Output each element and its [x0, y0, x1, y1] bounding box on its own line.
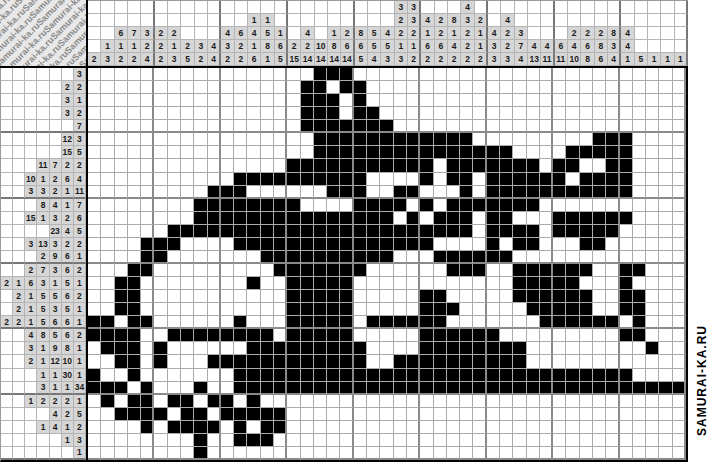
filled-cell[interactable] [115, 408, 128, 421]
empty-cell[interactable] [434, 395, 447, 408]
empty-cell[interactable] [340, 107, 353, 120]
filled-cell[interactable] [593, 369, 606, 382]
empty-cell[interactable] [593, 251, 606, 264]
empty-cell[interactable] [115, 395, 128, 408]
filled-cell[interactable] [473, 355, 486, 368]
filled-cell[interactable] [340, 212, 353, 225]
empty-cell[interactable] [221, 316, 234, 329]
filled-cell[interactable] [168, 395, 181, 408]
empty-cell[interactable] [593, 94, 606, 107]
empty-cell[interactable] [88, 355, 101, 368]
filled-cell[interactable] [194, 329, 207, 342]
empty-cell[interactable] [553, 421, 566, 434]
empty-cell[interactable] [261, 303, 274, 316]
filled-cell[interactable] [301, 173, 314, 186]
filled-cell[interactable] [354, 264, 367, 277]
empty-cell[interactable] [659, 186, 672, 199]
filled-cell[interactable] [540, 369, 553, 382]
empty-cell[interactable] [540, 434, 553, 447]
empty-cell[interactable] [580, 342, 593, 355]
filled-cell[interactable] [606, 186, 619, 199]
filled-cell[interactable] [88, 316, 101, 329]
empty-cell[interactable] [194, 316, 207, 329]
filled-cell[interactable] [154, 238, 167, 251]
empty-cell[interactable] [274, 329, 287, 342]
empty-cell[interactable] [659, 146, 672, 159]
filled-cell[interactable] [354, 107, 367, 120]
empty-cell[interactable] [141, 225, 154, 238]
empty-cell[interactable] [473, 303, 486, 316]
filled-cell[interactable] [566, 277, 579, 290]
empty-cell[interactable] [487, 94, 500, 107]
filled-cell[interactable] [553, 316, 566, 329]
empty-cell[interactable] [420, 434, 433, 447]
empty-cell[interactable] [447, 81, 460, 94]
empty-cell[interactable] [314, 186, 327, 199]
empty-cell[interactable] [208, 133, 221, 146]
empty-cell[interactable] [659, 329, 672, 342]
empty-cell[interactable] [327, 421, 340, 434]
empty-cell[interactable] [115, 159, 128, 172]
filled-cell[interactable] [487, 225, 500, 238]
empty-cell[interactable] [659, 447, 672, 460]
empty-cell[interactable] [540, 355, 553, 368]
empty-cell[interactable] [354, 421, 367, 434]
empty-cell[interactable] [673, 355, 686, 368]
filled-cell[interactable] [513, 173, 526, 186]
empty-cell[interactable] [673, 447, 686, 460]
empty-cell[interactable] [154, 107, 167, 120]
empty-cell[interactable] [168, 107, 181, 120]
empty-cell[interactable] [168, 199, 181, 212]
empty-cell[interactable] [394, 81, 407, 94]
empty-cell[interactable] [646, 159, 659, 172]
empty-cell[interactable] [208, 94, 221, 107]
filled-cell[interactable] [620, 369, 633, 382]
empty-cell[interactable] [194, 355, 207, 368]
empty-cell[interactable] [234, 264, 247, 277]
empty-cell[interactable] [673, 68, 686, 81]
filled-cell[interactable] [221, 199, 234, 212]
empty-cell[interactable] [380, 277, 393, 290]
filled-cell[interactable] [261, 421, 274, 434]
empty-cell[interactable] [208, 251, 221, 264]
empty-cell[interactable] [234, 94, 247, 107]
empty-cell[interactable] [101, 120, 114, 133]
empty-cell[interactable] [527, 120, 540, 133]
empty-cell[interactable] [141, 303, 154, 316]
empty-cell[interactable] [673, 277, 686, 290]
filled-cell[interactable] [194, 421, 207, 434]
filled-cell[interactable] [566, 159, 579, 172]
empty-cell[interactable] [447, 434, 460, 447]
empty-cell[interactable] [194, 290, 207, 303]
empty-cell[interactable] [593, 408, 606, 421]
empty-cell[interactable] [407, 434, 420, 447]
empty-cell[interactable] [101, 68, 114, 81]
filled-cell[interactable] [407, 212, 420, 225]
filled-cell[interactable] [234, 173, 247, 186]
filled-cell[interactable] [460, 173, 473, 186]
empty-cell[interactable] [633, 251, 646, 264]
empty-cell[interactable] [434, 199, 447, 212]
empty-cell[interactable] [194, 342, 207, 355]
filled-cell[interactable] [354, 251, 367, 264]
empty-cell[interactable] [566, 173, 579, 186]
empty-cell[interactable] [261, 186, 274, 199]
empty-cell[interactable] [566, 238, 579, 251]
filled-cell[interactable] [633, 382, 646, 395]
empty-cell[interactable] [553, 251, 566, 264]
empty-cell[interactable] [659, 408, 672, 421]
filled-cell[interactable] [340, 120, 353, 133]
empty-cell[interactable] [287, 408, 300, 421]
empty-cell[interactable] [314, 408, 327, 421]
empty-cell[interactable] [208, 290, 221, 303]
filled-cell[interactable] [340, 369, 353, 382]
filled-cell[interactable] [380, 238, 393, 251]
empty-cell[interactable] [606, 342, 619, 355]
empty-cell[interactable] [101, 264, 114, 277]
empty-cell[interactable] [673, 133, 686, 146]
empty-cell[interactable] [274, 434, 287, 447]
filled-cell[interactable] [221, 212, 234, 225]
empty-cell[interactable] [580, 251, 593, 264]
empty-cell[interactable] [473, 94, 486, 107]
empty-cell[interactable] [407, 395, 420, 408]
empty-cell[interactable] [141, 186, 154, 199]
empty-cell[interactable] [181, 159, 194, 172]
filled-cell[interactable] [633, 329, 646, 342]
empty-cell[interactable] [540, 212, 553, 225]
empty-cell[interactable] [221, 68, 234, 81]
empty-cell[interactable] [527, 434, 540, 447]
empty-cell[interactable] [234, 107, 247, 120]
filled-cell[interactable] [394, 382, 407, 395]
empty-cell[interactable] [500, 395, 513, 408]
empty-cell[interactable] [367, 355, 380, 368]
empty-cell[interactable] [580, 355, 593, 368]
filled-cell[interactable] [287, 251, 300, 264]
empty-cell[interactable] [513, 120, 526, 133]
empty-cell[interactable] [500, 107, 513, 120]
filled-cell[interactable] [340, 251, 353, 264]
empty-cell[interactable] [354, 408, 367, 421]
empty-cell[interactable] [141, 199, 154, 212]
empty-cell[interactable] [513, 251, 526, 264]
empty-cell[interactable] [646, 81, 659, 94]
empty-cell[interactable] [673, 408, 686, 421]
empty-cell[interactable] [593, 120, 606, 133]
empty-cell[interactable] [606, 408, 619, 421]
empty-cell[interactable] [380, 107, 393, 120]
filled-cell[interactable] [513, 342, 526, 355]
empty-cell[interactable] [447, 277, 460, 290]
filled-cell[interactable] [367, 369, 380, 382]
empty-cell[interactable] [633, 146, 646, 159]
empty-cell[interactable] [154, 173, 167, 186]
filled-cell[interactable] [194, 382, 207, 395]
filled-cell[interactable] [487, 173, 500, 186]
filled-cell[interactable] [154, 251, 167, 264]
empty-cell[interactable] [487, 81, 500, 94]
empty-cell[interactable] [181, 94, 194, 107]
filled-cell[interactable] [447, 329, 460, 342]
empty-cell[interactable] [274, 146, 287, 159]
filled-cell[interactable] [487, 382, 500, 395]
filled-cell[interactable] [221, 355, 234, 368]
filled-cell[interactable] [314, 68, 327, 81]
filled-cell[interactable] [566, 369, 579, 382]
empty-cell[interactable] [447, 186, 460, 199]
empty-cell[interactable] [181, 277, 194, 290]
empty-cell[interactable] [194, 251, 207, 264]
empty-cell[interactable] [646, 120, 659, 133]
empty-cell[interactable] [221, 81, 234, 94]
empty-cell[interactable] [487, 68, 500, 81]
empty-cell[interactable] [221, 107, 234, 120]
filled-cell[interactable] [301, 81, 314, 94]
filled-cell[interactable] [473, 329, 486, 342]
empty-cell[interactable] [394, 120, 407, 133]
filled-cell[interactable] [234, 225, 247, 238]
empty-cell[interactable] [154, 277, 167, 290]
empty-cell[interactable] [540, 146, 553, 159]
empty-cell[interactable] [168, 68, 181, 81]
filled-cell[interactable] [487, 146, 500, 159]
empty-cell[interactable] [620, 120, 633, 133]
filled-cell[interactable] [247, 173, 260, 186]
filled-cell[interactable] [354, 186, 367, 199]
empty-cell[interactable] [221, 303, 234, 316]
empty-cell[interactable] [221, 342, 234, 355]
empty-cell[interactable] [168, 94, 181, 107]
empty-cell[interactable] [633, 447, 646, 460]
empty-cell[interactable] [606, 120, 619, 133]
filled-cell[interactable] [473, 159, 486, 172]
empty-cell[interactable] [287, 120, 300, 133]
filled-cell[interactable] [380, 251, 393, 264]
filled-cell[interactable] [434, 369, 447, 382]
empty-cell[interactable] [101, 421, 114, 434]
filled-cell[interactable] [354, 94, 367, 107]
filled-cell[interactable] [340, 355, 353, 368]
empty-cell[interactable] [115, 186, 128, 199]
empty-cell[interactable] [115, 225, 128, 238]
filled-cell[interactable] [314, 212, 327, 225]
empty-cell[interactable] [646, 133, 659, 146]
empty-cell[interactable] [673, 290, 686, 303]
empty-cell[interactable] [620, 355, 633, 368]
filled-cell[interactable] [327, 186, 340, 199]
filled-cell[interactable] [394, 186, 407, 199]
empty-cell[interactable] [633, 212, 646, 225]
filled-cell[interactable] [261, 369, 274, 382]
filled-cell[interactable] [527, 159, 540, 172]
filled-cell[interactable] [553, 303, 566, 316]
empty-cell[interactable] [659, 120, 672, 133]
filled-cell[interactable] [434, 133, 447, 146]
empty-cell[interactable] [340, 408, 353, 421]
empty-cell[interactable] [141, 94, 154, 107]
filled-cell[interactable] [327, 303, 340, 316]
empty-cell[interactable] [620, 107, 633, 120]
filled-cell[interactable] [247, 382, 260, 395]
filled-cell[interactable] [208, 186, 221, 199]
empty-cell[interactable] [115, 369, 128, 382]
empty-cell[interactable] [487, 434, 500, 447]
empty-cell[interactable] [553, 81, 566, 94]
filled-cell[interactable] [367, 199, 380, 212]
filled-cell[interactable] [154, 355, 167, 368]
empty-cell[interactable] [88, 186, 101, 199]
filled-cell[interactable] [606, 133, 619, 146]
empty-cell[interactable] [194, 395, 207, 408]
empty-cell[interactable] [420, 81, 433, 94]
empty-cell[interactable] [367, 395, 380, 408]
empty-cell[interactable] [340, 447, 353, 460]
empty-cell[interactable] [407, 303, 420, 316]
filled-cell[interactable] [327, 369, 340, 382]
empty-cell[interactable] [434, 408, 447, 421]
empty-cell[interactable] [620, 447, 633, 460]
filled-cell[interactable] [287, 303, 300, 316]
empty-cell[interactable] [115, 212, 128, 225]
filled-cell[interactable] [314, 277, 327, 290]
empty-cell[interactable] [101, 199, 114, 212]
filled-cell[interactable] [141, 251, 154, 264]
filled-cell[interactable] [115, 277, 128, 290]
empty-cell[interactable] [367, 264, 380, 277]
filled-cell[interactable] [367, 107, 380, 120]
filled-cell[interactable] [327, 94, 340, 107]
filled-cell[interactable] [620, 212, 633, 225]
empty-cell[interactable] [659, 303, 672, 316]
filled-cell[interactable] [327, 251, 340, 264]
empty-cell[interactable] [128, 81, 141, 94]
filled-cell[interactable] [620, 329, 633, 342]
empty-cell[interactable] [580, 395, 593, 408]
filled-cell[interactable] [327, 225, 340, 238]
empty-cell[interactable] [447, 120, 460, 133]
filled-cell[interactable] [101, 329, 114, 342]
empty-cell[interactable] [460, 107, 473, 120]
filled-cell[interactable] [460, 133, 473, 146]
empty-cell[interactable] [646, 94, 659, 107]
empty-cell[interactable] [128, 225, 141, 238]
filled-cell[interactable] [247, 225, 260, 238]
empty-cell[interactable] [101, 173, 114, 186]
filled-cell[interactable] [181, 408, 194, 421]
filled-cell[interactable] [234, 408, 247, 421]
filled-cell[interactable] [247, 212, 260, 225]
filled-cell[interactable] [168, 225, 181, 238]
filled-cell[interactable] [247, 434, 260, 447]
empty-cell[interactable] [659, 173, 672, 186]
empty-cell[interactable] [646, 146, 659, 159]
empty-cell[interactable] [181, 186, 194, 199]
empty-cell[interactable] [128, 146, 141, 159]
empty-cell[interactable] [88, 159, 101, 172]
empty-cell[interactable] [154, 225, 167, 238]
filled-cell[interactable] [274, 251, 287, 264]
filled-cell[interactable] [181, 395, 194, 408]
empty-cell[interactable] [487, 264, 500, 277]
empty-cell[interactable] [553, 146, 566, 159]
filled-cell[interactable] [606, 159, 619, 172]
empty-cell[interactable] [208, 81, 221, 94]
filled-cell[interactable] [566, 290, 579, 303]
filled-cell[interactable] [540, 277, 553, 290]
filled-cell[interactable] [115, 342, 128, 355]
empty-cell[interactable] [181, 303, 194, 316]
empty-cell[interactable] [367, 290, 380, 303]
empty-cell[interactable] [88, 120, 101, 133]
filled-cell[interactable] [553, 159, 566, 172]
filled-cell[interactable] [247, 369, 260, 382]
empty-cell[interactable] [434, 434, 447, 447]
filled-cell[interactable] [340, 382, 353, 395]
empty-cell[interactable] [659, 107, 672, 120]
empty-cell[interactable] [659, 342, 672, 355]
empty-cell[interactable] [673, 225, 686, 238]
filled-cell[interactable] [620, 290, 633, 303]
filled-cell[interactable] [513, 277, 526, 290]
filled-cell[interactable] [447, 342, 460, 355]
empty-cell[interactable] [407, 199, 420, 212]
filled-cell[interactable] [434, 251, 447, 264]
filled-cell[interactable] [447, 173, 460, 186]
filled-cell[interactable] [500, 369, 513, 382]
empty-cell[interactable] [101, 434, 114, 447]
filled-cell[interactable] [141, 316, 154, 329]
filled-cell[interactable] [593, 173, 606, 186]
filled-cell[interactable] [314, 120, 327, 133]
filled-cell[interactable] [434, 225, 447, 238]
filled-cell[interactable] [274, 342, 287, 355]
filled-cell[interactable] [340, 342, 353, 355]
empty-cell[interactable] [633, 277, 646, 290]
filled-cell[interactable] [128, 329, 141, 342]
filled-cell[interactable] [101, 316, 114, 329]
empty-cell[interactable] [633, 120, 646, 133]
empty-cell[interactable] [513, 421, 526, 434]
filled-cell[interactable] [380, 146, 393, 159]
empty-cell[interactable] [194, 264, 207, 277]
empty-cell[interactable] [580, 408, 593, 421]
empty-cell[interactable] [221, 290, 234, 303]
empty-cell[interactable] [247, 68, 260, 81]
empty-cell[interactable] [208, 447, 221, 460]
filled-cell[interactable] [553, 264, 566, 277]
filled-cell[interactable] [314, 355, 327, 368]
empty-cell[interactable] [287, 94, 300, 107]
filled-cell[interactable] [447, 225, 460, 238]
empty-cell[interactable] [673, 146, 686, 159]
filled-cell[interactable] [287, 342, 300, 355]
empty-cell[interactable] [513, 212, 526, 225]
empty-cell[interactable] [194, 159, 207, 172]
empty-cell[interactable] [513, 395, 526, 408]
empty-cell[interactable] [101, 212, 114, 225]
empty-cell[interactable] [633, 159, 646, 172]
empty-cell[interactable] [527, 251, 540, 264]
filled-cell[interactable] [340, 329, 353, 342]
empty-cell[interactable] [500, 303, 513, 316]
empty-cell[interactable] [527, 68, 540, 81]
empty-cell[interactable] [540, 342, 553, 355]
empty-cell[interactable] [434, 186, 447, 199]
